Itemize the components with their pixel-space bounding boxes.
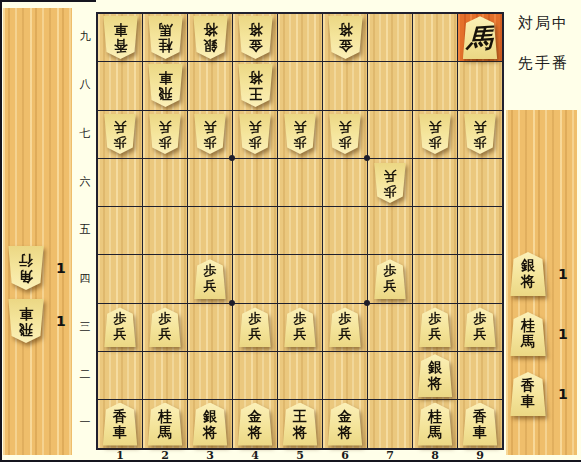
gote-pawn[interactable]: 歩兵 <box>104 307 136 347</box>
square-79[interactable] <box>368 14 412 61</box>
square-89[interactable] <box>413 14 457 61</box>
square-73[interactable] <box>368 304 412 351</box>
square-66[interactable] <box>323 159 367 206</box>
square-59[interactable] <box>278 14 322 61</box>
sente-pawn[interactable]: 歩兵 <box>104 114 136 154</box>
square-72[interactable] <box>368 352 412 399</box>
square-91[interactable]: 香車 <box>458 400 502 447</box>
gote-gold[interactable]: 金将 <box>238 403 273 446</box>
sente-silver[interactable]: 銀将 <box>193 16 228 59</box>
square-93[interactable]: 歩兵 <box>458 304 502 351</box>
square-31[interactable]: 銀将 <box>188 400 232 447</box>
square-84[interactable] <box>413 255 457 302</box>
gote-pawn[interactable]: 歩兵 <box>149 307 181 347</box>
sente-pawn[interactable]: 歩兵 <box>194 114 226 154</box>
square-94[interactable] <box>458 255 502 302</box>
gote-pawn[interactable]: 歩兵 <box>464 307 496 347</box>
hand-gote-lance[interactable]: 香車1 <box>510 372 568 416</box>
square-39[interactable]: 銀将 <box>188 14 232 61</box>
star-point <box>229 300 235 306</box>
square-24[interactable] <box>143 255 187 302</box>
square-64[interactable] <box>323 255 367 302</box>
sente-pawn[interactable]: 歩兵 <box>374 163 406 203</box>
hand-piece-count: 1 <box>558 266 568 282</box>
square-32[interactable] <box>188 352 232 399</box>
square-18[interactable] <box>98 62 142 109</box>
sente-pawn[interactable]: 歩兵 <box>329 114 361 154</box>
square-34[interactable]: 歩兵 <box>188 255 232 302</box>
square-27[interactable]: 歩兵 <box>143 111 187 158</box>
square-14[interactable] <box>98 255 142 302</box>
sente-lance[interactable]: 香車 <box>103 16 138 59</box>
square-37[interactable]: 歩兵 <box>188 111 232 158</box>
gote-pawn[interactable]: 歩兵 <box>194 259 226 299</box>
sente-rook[interactable]: 飛車 <box>8 299 44 343</box>
gote-pawn[interactable]: 歩兵 <box>419 307 451 347</box>
gote-pawn[interactable]: 歩兵 <box>239 307 271 347</box>
gote-pawn[interactable]: 歩兵 <box>374 259 406 299</box>
square-54[interactable] <box>278 255 322 302</box>
square-67[interactable]: 歩兵 <box>323 111 367 158</box>
rank-label-六: 六 <box>76 174 94 189</box>
sente-bishop[interactable]: 角行 <box>8 246 44 290</box>
gote-silver[interactable]: 銀将 <box>510 252 546 296</box>
square-69[interactable]: 金将 <box>323 14 367 61</box>
square-53[interactable]: 歩兵 <box>278 304 322 351</box>
square-26[interactable] <box>143 159 187 206</box>
square-95[interactable] <box>458 207 502 254</box>
rank-label-三: 三 <box>76 319 94 334</box>
square-17[interactable]: 歩兵 <box>98 111 142 158</box>
square-97[interactable]: 歩兵 <box>458 111 502 158</box>
square-15[interactable] <box>98 207 142 254</box>
rank-label-五: 五 <box>76 222 94 237</box>
sente-pawn[interactable]: 歩兵 <box>464 114 496 154</box>
square-65[interactable] <box>323 207 367 254</box>
sente-pawn[interactable]: 歩兵 <box>419 114 451 154</box>
square-88[interactable] <box>413 62 457 109</box>
square-77[interactable] <box>368 111 412 158</box>
rank-label-九: 九 <box>76 29 94 44</box>
square-92[interactable] <box>458 352 502 399</box>
hand-gote-silver[interactable]: 銀将1 <box>510 252 568 296</box>
square-42[interactable] <box>233 352 277 399</box>
hand-piece-count: 1 <box>56 313 66 329</box>
square-38[interactable] <box>188 62 232 109</box>
hand-piece-count: 1 <box>56 260 66 276</box>
square-62[interactable] <box>323 352 367 399</box>
square-58[interactable] <box>278 62 322 109</box>
screen-border-left <box>0 0 2 462</box>
square-78[interactable] <box>368 62 412 109</box>
square-75[interactable] <box>368 207 412 254</box>
square-68[interactable] <box>323 62 367 109</box>
square-21[interactable]: 桂馬 <box>143 400 187 447</box>
star-point <box>364 155 370 161</box>
square-63[interactable]: 歩兵 <box>323 304 367 351</box>
square-33[interactable] <box>188 304 232 351</box>
status-game-state: 対局中 <box>518 14 569 33</box>
shogi-app: { "game": "shogi", "status": { "line1": … <box>0 0 581 462</box>
sente-pawn[interactable]: 歩兵 <box>284 114 316 154</box>
gote-knight[interactable]: 桂馬 <box>148 403 183 446</box>
square-74[interactable]: 歩兵 <box>368 255 412 302</box>
square-51[interactable]: 王将 <box>278 400 322 447</box>
star-point <box>229 155 235 161</box>
square-11[interactable]: 香車 <box>98 400 142 447</box>
gote-knight[interactable]: 桂馬 <box>418 403 453 446</box>
square-71[interactable] <box>368 400 412 447</box>
square-85[interactable] <box>413 207 457 254</box>
shogi-board: 香車桂馬銀将金将金将馬飛車王将歩兵歩兵歩兵歩兵歩兵歩兵歩兵歩兵歩兵歩兵歩兵歩兵歩… <box>96 12 504 450</box>
square-29[interactable]: 桂馬 <box>143 14 187 61</box>
gote-gold[interactable]: 金将 <box>328 403 363 446</box>
gote-lance[interactable]: 香車 <box>103 403 138 446</box>
square-47[interactable]: 歩兵 <box>233 111 277 158</box>
square-99[interactable]: 馬 <box>458 14 502 61</box>
hand-piece-count: 1 <box>558 386 568 402</box>
square-81[interactable]: 桂馬 <box>413 400 457 447</box>
square-96[interactable] <box>458 159 502 206</box>
square-52[interactable] <box>278 352 322 399</box>
square-23[interactable]: 歩兵 <box>143 304 187 351</box>
sente-pawn[interactable]: 歩兵 <box>239 114 271 154</box>
gote-king[interactable]: 王将 <box>283 403 318 446</box>
sente-gold[interactable]: 金将 <box>238 16 273 59</box>
square-46[interactable] <box>233 159 277 206</box>
gote-pawn[interactable]: 歩兵 <box>329 307 361 347</box>
square-25[interactable] <box>143 207 187 254</box>
rank-label-四: 四 <box>76 271 94 286</box>
square-13[interactable]: 歩兵 <box>98 304 142 351</box>
gote-promoted-bishop[interactable]: 馬 <box>463 16 498 59</box>
square-43[interactable]: 歩兵 <box>233 304 277 351</box>
sente-pawn[interactable]: 歩兵 <box>149 114 181 154</box>
gote-silver[interactable]: 銀将 <box>418 354 453 397</box>
square-56[interactable] <box>278 159 322 206</box>
gote-lance[interactable]: 香車 <box>463 403 498 446</box>
square-49[interactable]: 金将 <box>233 14 277 61</box>
hand-sente-rook[interactable]: 飛車1 <box>8 299 66 343</box>
square-44[interactable] <box>233 255 277 302</box>
sente-king[interactable]: 王将 <box>238 64 273 107</box>
square-86[interactable] <box>413 159 457 206</box>
square-55[interactable] <box>278 207 322 254</box>
star-point <box>364 300 370 306</box>
hand-sente-bishop[interactable]: 角行1 <box>8 246 66 290</box>
sente-knight[interactable]: 桂馬 <box>148 16 183 59</box>
rank-label-七: 七 <box>76 126 94 141</box>
sente-hand-tray <box>3 8 72 455</box>
square-12[interactable] <box>98 352 142 399</box>
square-35[interactable] <box>188 207 232 254</box>
square-83[interactable]: 歩兵 <box>413 304 457 351</box>
square-19[interactable]: 香車 <box>98 14 142 61</box>
square-61[interactable]: 金将 <box>323 400 367 447</box>
square-76[interactable]: 歩兵 <box>368 159 412 206</box>
sente-gold[interactable]: 金将 <box>328 16 363 59</box>
hand-gote-knight[interactable]: 桂馬1 <box>510 312 568 356</box>
square-98[interactable] <box>458 62 502 109</box>
sente-rook[interactable]: 飛車 <box>148 64 183 107</box>
square-48[interactable]: 王将 <box>233 62 277 109</box>
gote-lance[interactable]: 香車 <box>510 372 546 416</box>
hand-piece-count: 1 <box>558 326 568 342</box>
square-28[interactable]: 飛車 <box>143 62 187 109</box>
square-41[interactable]: 金将 <box>233 400 277 447</box>
status-turn-indicator: 先手番 <box>518 54 569 73</box>
square-45[interactable] <box>233 207 277 254</box>
rank-label-二: 二 <box>76 367 94 382</box>
square-82[interactable]: 銀将 <box>413 352 457 399</box>
square-22[interactable] <box>143 352 187 399</box>
gote-knight[interactable]: 桂馬 <box>510 312 546 356</box>
square-87[interactable]: 歩兵 <box>413 111 457 158</box>
square-57[interactable]: 歩兵 <box>278 111 322 158</box>
screen-border-top <box>0 0 96 2</box>
square-36[interactable] <box>188 159 232 206</box>
square-16[interactable] <box>98 159 142 206</box>
gote-silver[interactable]: 銀将 <box>193 403 228 446</box>
rank-label-八: 八 <box>76 77 94 92</box>
rank-label-一: 一 <box>76 415 94 430</box>
gote-pawn[interactable]: 歩兵 <box>284 307 316 347</box>
